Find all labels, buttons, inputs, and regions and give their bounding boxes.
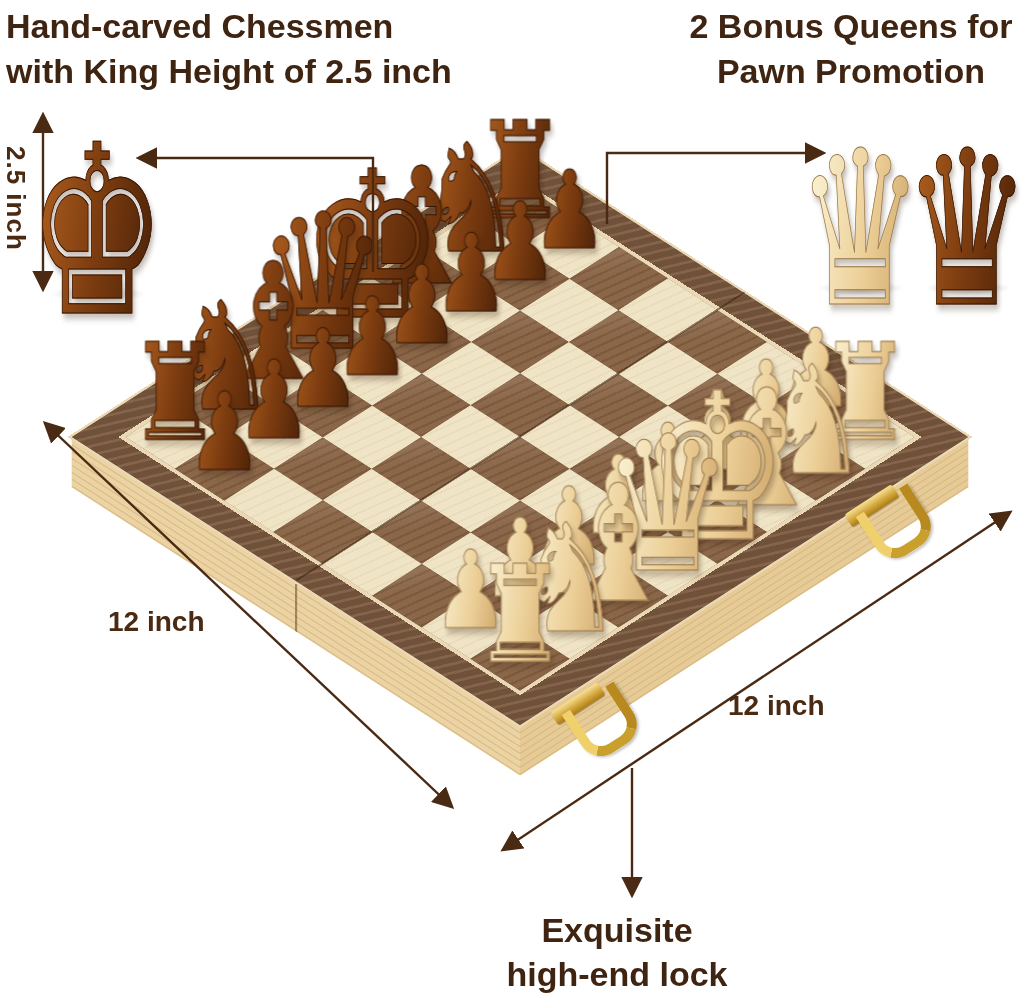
lock-caption: Exquisite high-end lock [447,908,787,996]
headline-bonus-queens: 2 Bonus Queens for Pawn Promotion [676,4,1024,94]
lock-caption-line1: Exquisite [447,908,787,952]
chess-piece-glyph: ♜ [473,548,567,682]
square [273,500,372,563]
product-image: ♜♟♟♜♞♟♟♞♝♟♟♝♚♟♟♚♛♟♟♛♝♟♟♝♞♟♟♞♜♟♟♜ Hand-ca… [0,0,1024,1008]
square: ♜ [471,627,570,690]
dimension-label-left: 12 inch [108,606,204,638]
headline-bonus-queens-line2: Pawn Promotion [676,49,1024,94]
dark-king-glyph: ♚ [27,114,166,349]
dark-queen-glyph: ♛ [903,122,1024,337]
lock-caption-line2: high-end lock [447,952,787,996]
headline-chessmen-line2: with King Height of 2.5 inch [6,49,452,94]
king-height-label: 2.5 inch [0,146,31,251]
headline-chessmen: Hand-carved Chessmen with King Height of… [6,4,452,94]
headline-bonus-queens-line1: 2 Bonus Queens for [676,4,1024,49]
fold-seam-side [295,580,297,632]
chess-piece-glyph: ♟ [186,378,262,486]
dimension-label-right: 12 inch [728,690,824,722]
headline-chessmen-line1: Hand-carved Chessmen [6,4,452,49]
